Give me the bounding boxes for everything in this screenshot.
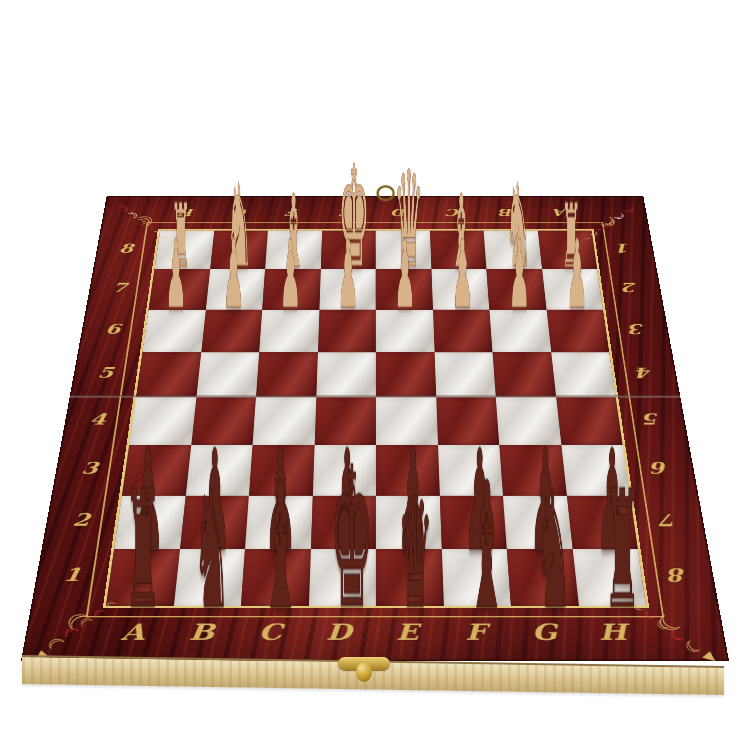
file-label-b: B	[479, 196, 535, 229]
piece-dark-queen-e1[interactable]: ♛	[398, 476, 423, 630]
piece-dark-bishop-c1[interactable]: ♝	[261, 458, 286, 633]
rank-label-6: 6	[78, 308, 146, 351]
piece-dark-king-d1[interactable]: ♚	[329, 443, 354, 636]
piece-light-pawn-f7[interactable]: ♟	[451, 227, 472, 322]
square-a7[interactable]: ♟	[149, 269, 210, 309]
square-g5[interactable]	[492, 352, 555, 397]
piece-dark-knight-b1[interactable]: ♞	[193, 468, 218, 632]
square-b5[interactable]	[196, 352, 259, 397]
square-h7[interactable]: ♟	[542, 269, 603, 309]
square-c7[interactable]: ♟	[262, 269, 320, 309]
rank-label-5: 5	[70, 351, 140, 396]
file-label-a: A	[532, 196, 589, 229]
chess-board-box: 87654321 12345678 HGFEDCBA ABCDEFGH ♜♞♝♚…	[21, 196, 729, 661]
piece-light-pawn-g7[interactable]: ♟	[509, 227, 530, 322]
square-b7[interactable]: ♟	[205, 269, 265, 309]
piece-light-pawn-e7[interactable]: ♟	[394, 227, 415, 322]
product-photo: 87654321 12345678 HGFEDCBA ABCDEFGH ♜♞♝♚…	[0, 0, 750, 750]
square-a1[interactable]: ♜	[106, 549, 180, 606]
rank-label-6: 6	[623, 443, 698, 493]
square-e7[interactable]: ♟	[376, 269, 433, 309]
rank-label-4: 4	[610, 351, 680, 396]
piece-dark-knight-g1[interactable]: ♞	[535, 468, 560, 632]
square-e1[interactable]: ♛	[376, 549, 444, 606]
rank-label-3: 3	[604, 308, 672, 351]
file-label-e: E	[320, 196, 374, 229]
square-g1[interactable]: ♞	[507, 549, 579, 606]
fold-seam	[69, 395, 680, 397]
square-e5[interactable]	[376, 352, 436, 397]
square-h5[interactable]	[551, 352, 616, 397]
square-b1[interactable]: ♞	[173, 549, 245, 606]
clasp-knob	[356, 662, 372, 682]
rank-label-1: 1	[32, 547, 112, 604]
square-a5[interactable]	[136, 352, 201, 397]
square-g7[interactable]: ♟	[486, 269, 546, 309]
rank-label-8: 8	[638, 547, 718, 604]
square-f1[interactable]: ♝	[441, 549, 511, 606]
square-f7[interactable]: ♟	[431, 269, 489, 309]
piece-light-pawn-a7[interactable]: ♟	[165, 227, 186, 322]
rank-label-4: 4	[61, 396, 134, 444]
file-label-d: D	[373, 196, 427, 229]
file-label-c: C	[426, 196, 481, 229]
square-d1[interactable]: ♚	[308, 549, 376, 606]
file-label-g: G	[212, 196, 268, 229]
rank-label-7: 7	[86, 268, 152, 308]
rank-label-5: 5	[616, 396, 689, 444]
file-labels-top: HGFEDCBA	[158, 196, 589, 229]
brass-clasp[interactable]	[338, 655, 390, 685]
square-c5[interactable]	[256, 352, 318, 397]
piece-light-pawn-h7[interactable]: ♟	[566, 227, 587, 322]
rank-label-7: 7	[631, 494, 708, 547]
square-h1[interactable]: ♜	[572, 549, 646, 606]
piece-light-pawn-d7[interactable]: ♟	[337, 227, 358, 322]
piece-light-pawn-c7[interactable]: ♟	[280, 227, 301, 322]
piece-dark-bishop-f1[interactable]: ♝	[466, 458, 491, 633]
square-c1[interactable]: ♝	[241, 549, 311, 606]
playing-area: ♜♞♝♚♛♝♞♜♟♟♟♟♟♟♟♟♟♟♟♟♟♟♟♟♜♞♝♚♛♝♞♜	[103, 229, 650, 608]
square-f5[interactable]	[434, 352, 496, 397]
rank-label-2: 2	[42, 494, 119, 547]
file-label-h: H	[158, 196, 215, 229]
file-label-f: F	[266, 196, 321, 229]
piece-dark-rook-a1[interactable]: ♜	[124, 468, 149, 632]
piece-light-pawn-b7[interactable]: ♟	[222, 227, 243, 322]
rank-label-2: 2	[598, 268, 664, 308]
corner-arrow-icon	[702, 652, 719, 665]
square-d5[interactable]	[316, 352, 376, 397]
rank-label-3: 3	[52, 443, 127, 493]
piece-dark-rook-h1[interactable]: ♜	[603, 468, 628, 632]
